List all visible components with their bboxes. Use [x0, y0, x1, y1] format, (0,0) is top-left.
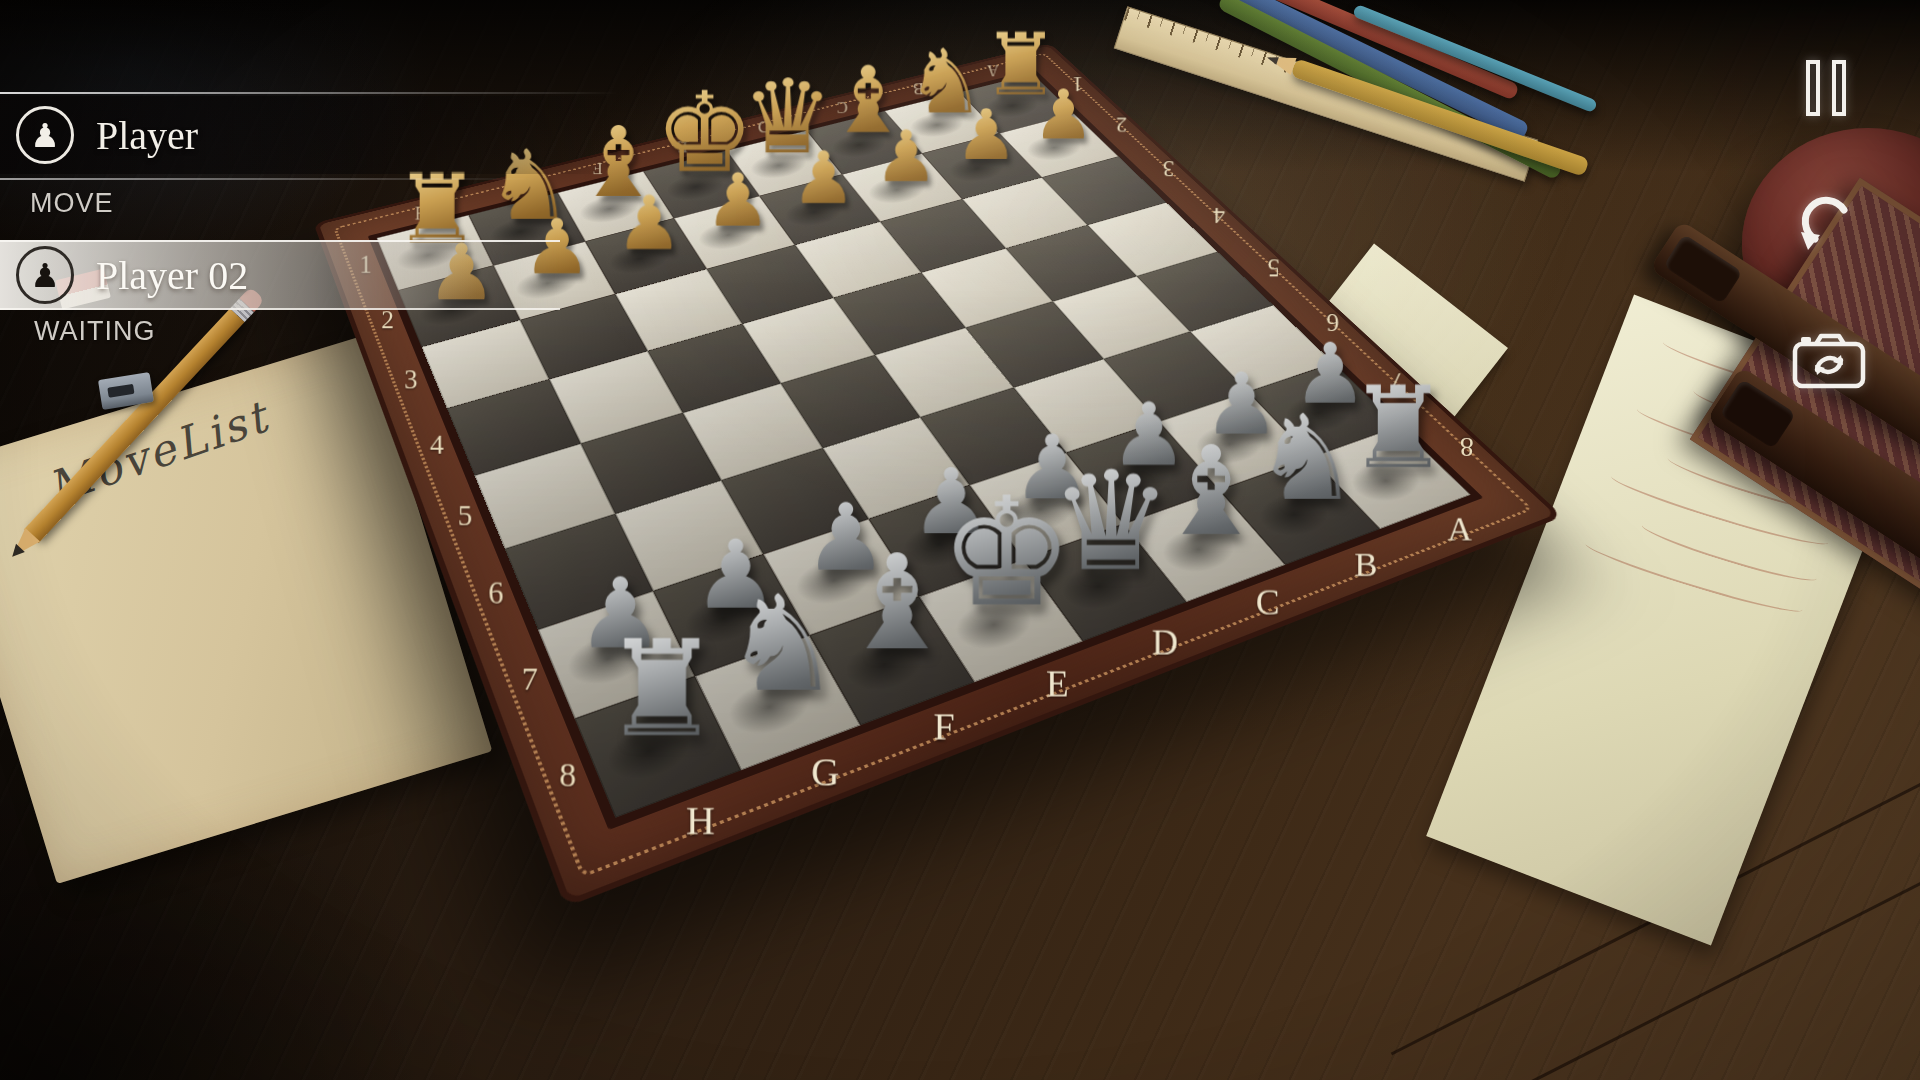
- switch-camera-button[interactable]: [1790, 328, 1868, 392]
- piece-glyph: ♜: [559, 623, 764, 756]
- player1-panel: ♟ Player: [0, 96, 640, 174]
- divider-line: [0, 178, 540, 180]
- divider-line: [0, 92, 620, 94]
- board-squares: ♜♞♝♚♛♝♞♜♟♟♟♟♟♟♟♟♟♟♟♟♟♟♟♟♜♞♝♚♛♝♞♜: [377, 74, 1471, 818]
- square-h8[interactable]: ♜: [575, 676, 741, 818]
- player2-avatar-icon: ♟: [16, 246, 74, 304]
- player1-status: MOVE: [30, 188, 114, 219]
- player2-status: WAITING: [34, 316, 156, 347]
- chess-game-screen: MoveList ♜♞♝♚♛♝♞♜♟♟♟♟♟♟♟♟♟♟♟♟♟♟♟♟♜♞♝♚♛♝♞…: [0, 0, 1920, 1080]
- player2-panel: ♟ Player 02: [0, 240, 560, 310]
- undo-rotate-icon: [1794, 190, 1864, 260]
- player1-avatar-icon: ♟: [16, 106, 74, 164]
- switch-camera-icon: [1790, 328, 1868, 392]
- undo-button[interactable]: [1794, 190, 1864, 260]
- pause-icon: [1832, 60, 1846, 116]
- player1-name: Player: [96, 112, 198, 159]
- pause-icon: [1806, 60, 1820, 116]
- player2-name: Player 02: [96, 252, 248, 299]
- pause-button[interactable]: [1806, 60, 1848, 118]
